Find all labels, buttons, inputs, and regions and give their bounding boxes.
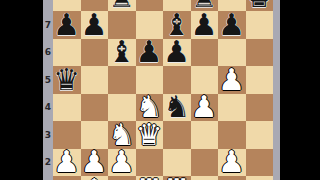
black-pawn-f7: ♟ [191, 10, 218, 40]
square-g5: ♟ [218, 66, 246, 94]
white-rook-e1: ♜ [163, 175, 190, 180]
square-b7: ♟ [81, 11, 109, 39]
square-a7: ♟ [53, 11, 81, 39]
white-pawn-g2: ♟ [218, 147, 245, 177]
square-a1 [53, 176, 81, 180]
square-h8: ♚ [246, 0, 274, 11]
square-c5 [108, 66, 136, 94]
rank-label-2: 2 [43, 157, 53, 167]
square-g2: ♟ [218, 149, 246, 177]
square-f3 [191, 121, 219, 149]
square-c8: ♜ [108, 0, 136, 11]
black-pawn-b7: ♟ [81, 10, 108, 40]
white-pawn-g5: ♟ [218, 65, 245, 95]
video-frame: 87654321 ♜♜♚♟♟♝♟♟♝♟♟♛♟♞♞♟♞♛♟♟♟♟♚♜♜ [0, 0, 320, 180]
black-pawn-e6: ♟ [163, 37, 190, 67]
square-b5 [81, 66, 109, 94]
square-e3 [163, 121, 191, 149]
square-h4 [246, 94, 274, 122]
square-c1 [108, 176, 136, 180]
square-b4 [81, 94, 109, 122]
black-pawn-g7: ♟ [218, 10, 245, 40]
square-e4: ♞ [163, 94, 191, 122]
square-f7: ♟ [191, 11, 219, 39]
square-d3: ♛ [136, 121, 164, 149]
black-pawn-d6: ♟ [136, 37, 163, 67]
white-pawn-f4: ♟ [191, 92, 218, 122]
square-h3 [246, 121, 274, 149]
square-g4 [218, 94, 246, 122]
square-d6: ♟ [136, 39, 164, 67]
white-pawn-a2: ♟ [53, 147, 80, 177]
square-d1: ♜ [136, 176, 164, 180]
square-f4: ♟ [191, 94, 219, 122]
square-h2 [246, 149, 274, 177]
white-queen-d3: ♛ [136, 120, 163, 150]
black-bishop-c6: ♝ [108, 37, 135, 67]
rank-label-3: 3 [43, 130, 53, 140]
rank-label-8: 8 [43, 0, 53, 2]
chess-board-panel: 87654321 ♜♜♚♟♟♝♟♟♝♟♟♛♟♞♞♟♞♛♟♟♟♟♚♜♜ [43, 0, 280, 180]
square-a4 [53, 94, 81, 122]
rank-label-7: 7 [43, 20, 53, 30]
square-f1 [191, 176, 219, 180]
square-d8 [136, 0, 164, 11]
black-queen-a5: ♛ [53, 65, 80, 95]
black-knight-e4: ♞ [163, 92, 190, 122]
square-b6 [81, 39, 109, 67]
white-king-b1: ♚ [81, 175, 108, 180]
square-c2: ♟ [108, 149, 136, 177]
square-e1: ♜ [163, 176, 191, 180]
rank-label-5: 5 [43, 75, 53, 85]
square-a5: ♛ [53, 66, 81, 94]
square-e6: ♟ [163, 39, 191, 67]
square-a2: ♟ [53, 149, 81, 177]
rank-label-6: 6 [43, 47, 53, 57]
black-pawn-a7: ♟ [53, 10, 80, 40]
square-g1 [218, 176, 246, 180]
chess-board: ♜♜♚♟♟♝♟♟♝♟♟♛♟♞♞♟♞♛♟♟♟♟♚♜♜ [53, 0, 273, 180]
square-h7 [246, 11, 274, 39]
square-b1: ♚ [81, 176, 109, 180]
square-c6: ♝ [108, 39, 136, 67]
square-h1 [246, 176, 274, 180]
square-h6 [246, 39, 274, 67]
rank-label-4: 4 [43, 102, 53, 112]
white-rook-d1: ♜ [136, 175, 163, 180]
square-h5 [246, 66, 274, 94]
white-pawn-c2: ♟ [108, 147, 135, 177]
square-f6 [191, 39, 219, 67]
rank-coordinates: 87654321 [43, 0, 53, 180]
board-viewport: ♜♜♚♟♟♝♟♟♝♟♟♛♟♞♞♟♞♛♟♟♟♟♚♜♜ [53, 0, 273, 180]
square-f2 [191, 149, 219, 177]
square-g7: ♟ [218, 11, 246, 39]
